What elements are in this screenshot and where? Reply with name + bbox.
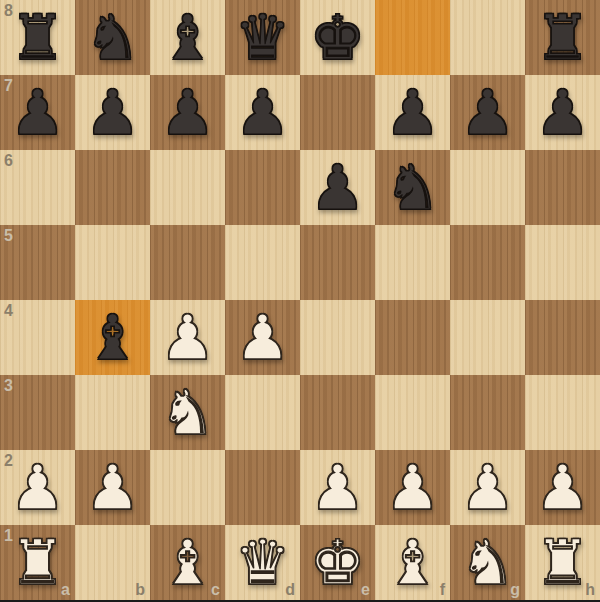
- white-bishop[interactable]: ♝: [385, 525, 441, 600]
- square-c6[interactable]: [150, 150, 225, 225]
- square-e1[interactable]: e♚: [300, 525, 375, 600]
- black-rook[interactable]: ♜: [535, 0, 591, 75]
- white-queen[interactable]: ♛: [235, 525, 291, 600]
- square-f7[interactable]: ♟: [375, 75, 450, 150]
- square-g4[interactable]: [450, 300, 525, 375]
- black-knight[interactable]: ♞: [385, 150, 441, 225]
- white-pawn[interactable]: ♟: [460, 450, 516, 525]
- square-g5[interactable]: [450, 225, 525, 300]
- square-g7[interactable]: ♟: [450, 75, 525, 150]
- white-pawn[interactable]: ♟: [235, 300, 291, 375]
- square-b8[interactable]: ♞: [75, 0, 150, 75]
- white-knight[interactable]: ♞: [460, 525, 516, 600]
- square-a1[interactable]: 1a♜: [0, 525, 75, 600]
- square-e7[interactable]: [300, 75, 375, 150]
- square-d4[interactable]: ♟: [225, 300, 300, 375]
- white-pawn[interactable]: ♟: [535, 450, 591, 525]
- square-d3[interactable]: [225, 375, 300, 450]
- black-bishop[interactable]: ♝: [160, 0, 216, 75]
- square-h5[interactable]: [525, 225, 600, 300]
- white-pawn[interactable]: ♟: [85, 450, 141, 525]
- square-h8[interactable]: ♜: [525, 0, 600, 75]
- square-b7[interactable]: ♟: [75, 75, 150, 150]
- square-b6[interactable]: [75, 150, 150, 225]
- square-f1[interactable]: f♝: [375, 525, 450, 600]
- square-d5[interactable]: [225, 225, 300, 300]
- black-pawn[interactable]: ♟: [535, 75, 591, 150]
- chess-board: 8♜♞♝♛♚♜7♟♟♟♟♟♟♟6♟♞54♝♟♟3♞2♟♟♟♟♟♟1a♜bc♝d♛…: [0, 0, 600, 600]
- square-b2[interactable]: ♟: [75, 450, 150, 525]
- square-e2[interactable]: ♟: [300, 450, 375, 525]
- square-a4[interactable]: 4: [0, 300, 75, 375]
- square-c8[interactable]: ♝: [150, 0, 225, 75]
- square-f8[interactable]: [375, 0, 450, 75]
- square-e5[interactable]: [300, 225, 375, 300]
- square-d2[interactable]: [225, 450, 300, 525]
- square-c5[interactable]: [150, 225, 225, 300]
- square-d8[interactable]: ♛: [225, 0, 300, 75]
- square-f2[interactable]: ♟: [375, 450, 450, 525]
- white-pawn[interactable]: ♟: [385, 450, 441, 525]
- square-d1[interactable]: d♛: [225, 525, 300, 600]
- square-c2[interactable]: [150, 450, 225, 525]
- square-b3[interactable]: [75, 375, 150, 450]
- square-h7[interactable]: ♟: [525, 75, 600, 150]
- black-queen[interactable]: ♛: [235, 0, 291, 75]
- file-label-f: f: [440, 582, 445, 598]
- square-a5[interactable]: 5: [0, 225, 75, 300]
- black-knight[interactable]: ♞: [85, 0, 141, 75]
- square-a2[interactable]: 2♟: [0, 450, 75, 525]
- square-g3[interactable]: [450, 375, 525, 450]
- black-bishop[interactable]: ♝: [85, 300, 141, 375]
- white-bishop[interactable]: ♝: [160, 525, 216, 600]
- black-pawn[interactable]: ♟: [10, 75, 66, 150]
- square-a7[interactable]: 7♟: [0, 75, 75, 150]
- square-c4[interactable]: ♟: [150, 300, 225, 375]
- black-pawn[interactable]: ♟: [235, 75, 291, 150]
- square-f4[interactable]: [375, 300, 450, 375]
- black-pawn[interactable]: ♟: [460, 75, 516, 150]
- square-a6[interactable]: 6: [0, 150, 75, 225]
- square-g1[interactable]: g♞: [450, 525, 525, 600]
- black-pawn[interactable]: ♟: [160, 75, 216, 150]
- black-rook[interactable]: ♜: [10, 0, 66, 75]
- white-rook[interactable]: ♜: [10, 525, 66, 600]
- square-c7[interactable]: ♟: [150, 75, 225, 150]
- white-rook[interactable]: ♜: [535, 525, 591, 600]
- chess-app: 8♜♞♝♛♚♜7♟♟♟♟♟♟♟6♟♞54♝♟♟3♞2♟♟♟♟♟♟1a♜bc♝d♛…: [0, 0, 600, 602]
- square-c1[interactable]: c♝: [150, 525, 225, 600]
- square-g8[interactable]: [450, 0, 525, 75]
- square-b1[interactable]: b: [75, 525, 150, 600]
- square-e6[interactable]: ♟: [300, 150, 375, 225]
- square-d6[interactable]: [225, 150, 300, 225]
- square-b5[interactable]: [75, 225, 150, 300]
- white-knight[interactable]: ♞: [160, 375, 216, 450]
- square-g2[interactable]: ♟: [450, 450, 525, 525]
- white-king[interactable]: ♚: [310, 525, 366, 600]
- square-c3[interactable]: ♞: [150, 375, 225, 450]
- white-pawn[interactable]: ♟: [160, 300, 216, 375]
- square-d7[interactable]: ♟: [225, 75, 300, 150]
- square-g6[interactable]: [450, 150, 525, 225]
- rank-label-5: 5: [4, 228, 13, 244]
- file-label-b: b: [135, 582, 145, 598]
- white-pawn[interactable]: ♟: [310, 450, 366, 525]
- rank-label-3: 3: [4, 378, 13, 394]
- black-pawn[interactable]: ♟: [385, 75, 441, 150]
- rank-label-6: 6: [4, 153, 13, 169]
- square-h3[interactable]: [525, 375, 600, 450]
- square-a3[interactable]: 3: [0, 375, 75, 450]
- square-b4[interactable]: ♝: [75, 300, 150, 375]
- square-e8[interactable]: ♚: [300, 0, 375, 75]
- square-e4[interactable]: [300, 300, 375, 375]
- square-h1[interactable]: h♜: [525, 525, 600, 600]
- square-f3[interactable]: [375, 375, 450, 450]
- rank-label-4: 4: [4, 303, 13, 319]
- square-h6[interactable]: [525, 150, 600, 225]
- square-f6[interactable]: ♞: [375, 150, 450, 225]
- black-pawn[interactable]: ♟: [85, 75, 141, 150]
- square-a8[interactable]: 8♜: [0, 0, 75, 75]
- square-h4[interactable]: [525, 300, 600, 375]
- black-pawn[interactable]: ♟: [310, 150, 366, 225]
- square-f5[interactable]: [375, 225, 450, 300]
- square-e3[interactable]: [300, 375, 375, 450]
- square-h2[interactable]: ♟: [525, 450, 600, 525]
- black-king[interactable]: ♚: [310, 0, 366, 75]
- white-pawn[interactable]: ♟: [10, 450, 66, 525]
